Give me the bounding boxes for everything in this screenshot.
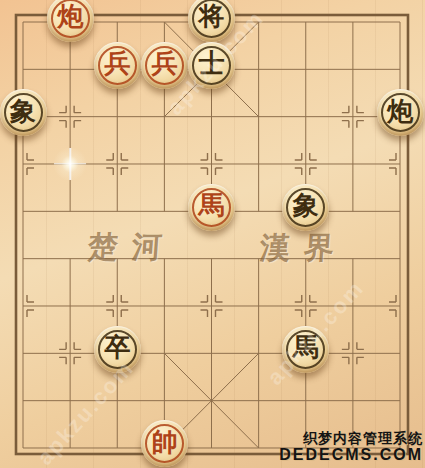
black-elephant[interactable]: 象 [282,184,329,231]
piece-glyph: 士 [199,51,225,77]
piece-glyph: 馬 [293,335,319,361]
red-horse[interactable]: 馬 [188,184,235,231]
black-advisor[interactable]: 士 [188,42,235,89]
black-pawn[interactable]: 卒 [94,326,141,373]
piece-glyph: 象 [10,99,36,125]
red-pawn[interactable]: 兵 [94,42,141,89]
black-elephant[interactable]: 象 [0,89,47,136]
black-horse[interactable]: 馬 [282,326,329,373]
piece-glyph: 炮 [387,99,413,125]
piece-glyph: 兵 [151,51,177,77]
xiangqi-game-screen: { "game": "xiangqi", "position": { "fen"… [0,0,425,468]
piece-glyph: 炮 [57,4,83,30]
river-label-hanjie: 漢界 [243,228,366,269]
black-cannon[interactable]: 炮 [377,89,424,136]
piece-glyph: 将 [199,4,225,30]
piece-glyph: 象 [293,193,319,219]
piece-glyph: 兵 [104,51,130,77]
red-pawn[interactable]: 兵 [141,42,188,89]
piece-glyph: 帥 [151,430,177,456]
river-label-chuhe: 楚河 [71,227,194,268]
red-cannon[interactable]: 炮 [47,0,94,42]
piece-glyph: 卒 [104,335,130,361]
black-general[interactable]: 将 [188,0,235,42]
piece-glyph: 馬 [199,193,225,219]
